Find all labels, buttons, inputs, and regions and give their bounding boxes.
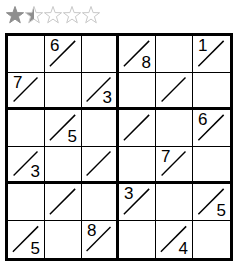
cell-r4c5[interactable]: 7	[156, 147, 193, 184]
cell-r6c4[interactable]	[119, 221, 156, 258]
cell-r2c6[interactable]	[193, 73, 230, 110]
given-digit-above: 8	[87, 222, 96, 239]
cell-r1c4[interactable]: 8	[119, 36, 156, 73]
given-digit-above: 6	[50, 37, 59, 54]
cell-r1c5[interactable]	[156, 36, 193, 73]
cell-r5c1[interactable]	[8, 184, 45, 221]
given-digit-above: 7	[161, 148, 170, 165]
given-digit-below: 3	[31, 163, 40, 180]
diagonal-slash-icon	[82, 147, 116, 181]
given-digit-below: 4	[179, 240, 188, 257]
star-empty-icon	[82, 7, 99, 23]
cell-r4c6[interactable]	[193, 147, 230, 184]
given-digit-below: 5	[217, 202, 226, 219]
cell-r4c1[interactable]: 3	[8, 147, 45, 184]
diagonal-slash-icon	[156, 73, 192, 107]
cell-r2c4[interactable]	[119, 73, 156, 110]
cell-r6c6[interactable]	[193, 221, 230, 258]
diagonal-slash-icon	[45, 184, 81, 220]
cell-r1c2[interactable]: 6	[45, 36, 82, 73]
given-digit-below: 8	[142, 54, 151, 71]
cell-r5c5[interactable]	[156, 184, 193, 221]
cell-r6c3[interactable]: 8	[82, 221, 119, 258]
cell-r3c1[interactable]	[8, 110, 45, 147]
given-digit-above: 6	[198, 111, 207, 128]
cell-r5c6[interactable]: 5	[193, 184, 230, 221]
cell-r3c2[interactable]: 5	[45, 110, 82, 147]
given-digit-above: 1	[198, 37, 207, 54]
star-half-icon	[25, 7, 42, 23]
diagonal-slash-icon	[119, 110, 155, 146]
star-empty-icon	[63, 7, 80, 23]
cell-r1c1[interactable]	[8, 36, 45, 73]
given-digit-below: 3	[103, 89, 112, 106]
puzzle-page: 68173563735584	[0, 0, 241, 261]
given-digit-above: 3	[124, 185, 133, 202]
cell-r1c3[interactable]	[82, 36, 119, 73]
cell-r2c3[interactable]: 3	[82, 73, 119, 110]
given-digit-below: 5	[68, 128, 77, 145]
cell-r4c4[interactable]	[119, 147, 156, 184]
cell-r4c2[interactable]	[45, 147, 82, 184]
star-empty-icon	[44, 7, 61, 23]
cell-r6c5[interactable]: 4	[156, 221, 193, 258]
cell-r1c6[interactable]: 1	[193, 36, 230, 73]
cell-r6c1[interactable]: 5	[8, 221, 45, 258]
given-digit-below: 5	[31, 240, 40, 257]
star-filled-icon	[6, 7, 23, 23]
puzzle-grid: 68173563735584	[5, 33, 233, 261]
given-digit-above: 7	[13, 74, 22, 91]
cell-r2c2[interactable]	[45, 73, 82, 110]
cell-r5c2[interactable]	[45, 184, 82, 221]
cell-r2c1[interactable]: 7	[8, 73, 45, 110]
cell-r5c3[interactable]	[82, 184, 119, 221]
difficulty-rating	[5, 5, 105, 27]
cell-r2c5[interactable]	[156, 73, 193, 110]
cell-r3c4[interactable]	[119, 110, 156, 147]
cell-r5c4[interactable]: 3	[119, 184, 156, 221]
cell-r3c5[interactable]	[156, 110, 193, 147]
cell-r3c6[interactable]: 6	[193, 110, 230, 147]
cell-r6c2[interactable]	[45, 221, 82, 258]
cell-r4c3[interactable]	[82, 147, 119, 184]
cell-r3c3[interactable]	[82, 110, 119, 147]
